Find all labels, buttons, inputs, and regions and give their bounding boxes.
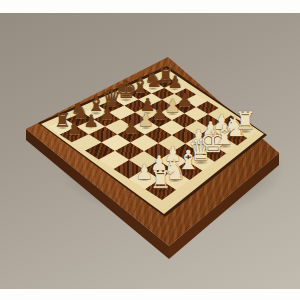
piece-shadow [68, 133, 80, 137]
piece-shadow [169, 87, 181, 91]
piece-shadow [202, 151, 224, 158]
piece-shadow [133, 92, 148, 97]
piece-shadow [165, 178, 184, 184]
piece-shadow [153, 119, 166, 123]
piece-shadow [85, 126, 97, 130]
piece-shadow [215, 143, 234, 149]
piece-shadow [101, 118, 113, 122]
piece-shadow [159, 81, 173, 85]
piece-shadow [56, 126, 70, 130]
piece-shadow [226, 135, 245, 141]
piece-shadow [139, 126, 152, 130]
piece-shadow [166, 112, 179, 116]
piece-shadow [178, 106, 191, 110]
chess-board: ♜♞♝♛♚♝♞♜♟♟♟♟♟♟♟♟♟♟♟♟♟♟♟♟♜♞♝♛♚♝♞♜ [0, 0, 300, 300]
piece-shadow [72, 118, 87, 123]
piece-shadow [179, 168, 198, 174]
product-photo: ♜♞♝♛♚♝♞♜♟♟♟♟♟♟♟♟♟♟♟♟♟♟♟♟♜♞♝♛♚♝♞♜ [0, 0, 300, 300]
photo-margin-bottom [0, 289, 300, 300]
photo-margin-top [0, 0, 300, 13]
piece-shadow [125, 133, 138, 137]
piece-shadow [141, 111, 154, 115]
piece-shadow [89, 111, 104, 116]
piece-shadow [146, 86, 161, 91]
